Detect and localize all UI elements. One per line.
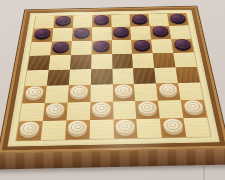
light-square-r5c1 bbox=[25, 70, 49, 86]
light-square-r7c1 bbox=[19, 103, 44, 122]
light-square-r1c1 bbox=[34, 16, 55, 29]
light-square-r3c1 bbox=[30, 41, 52, 55]
dark-piece-sq3[interactable] bbox=[132, 14, 148, 23]
dark-square-30[interactable] bbox=[65, 120, 90, 140]
dark-square-13[interactable] bbox=[27, 55, 50, 70]
light-square-r4c6 bbox=[132, 53, 154, 68]
light-square-r2c8 bbox=[169, 25, 191, 38]
dark-square-5[interactable] bbox=[32, 28, 53, 42]
dark-square-23[interactable] bbox=[112, 84, 135, 101]
light-square-r7c7 bbox=[158, 100, 183, 118]
dark-square-3[interactable] bbox=[130, 14, 150, 27]
dark-square-12[interactable] bbox=[171, 38, 194, 52]
dark-square-7[interactable] bbox=[111, 27, 131, 40]
light-square-r4c4 bbox=[91, 54, 112, 69]
light-piece-sq21[interactable] bbox=[25, 86, 44, 98]
light-square-r4c8 bbox=[173, 52, 196, 67]
light-square-r8c6 bbox=[137, 118, 163, 138]
dark-square-20[interactable] bbox=[176, 67, 200, 83]
dark-square-25[interactable] bbox=[43, 102, 68, 121]
light-square-r6c2 bbox=[45, 85, 69, 102]
dark-piece-sq7[interactable] bbox=[113, 27, 129, 36]
dark-square-17[interactable] bbox=[47, 70, 70, 86]
light-square-r8c8 bbox=[183, 117, 210, 137]
dark-square-22[interactable] bbox=[67, 85, 90, 102]
dark-square-31[interactable] bbox=[113, 119, 138, 139]
checkers-board[interactable] bbox=[0, 6, 225, 154]
dark-square-19[interactable] bbox=[133, 68, 156, 84]
light-square-r7c5 bbox=[113, 101, 137, 119]
dark-square-4[interactable] bbox=[167, 13, 188, 26]
light-square-r1c7 bbox=[148, 14, 169, 27]
light-piece-sq25[interactable] bbox=[46, 103, 66, 116]
dark-piece-sq4[interactable] bbox=[169, 13, 186, 22]
light-piece-sq27[interactable] bbox=[138, 101, 158, 114]
light-square-r7c3 bbox=[66, 102, 90, 121]
light-piece-sq30[interactable] bbox=[68, 120, 88, 134]
light-piece-sq31[interactable] bbox=[115, 119, 135, 133]
dark-square-24[interactable] bbox=[156, 83, 181, 100]
light-square-r1c3 bbox=[73, 15, 93, 28]
dark-piece-sq2[interactable] bbox=[94, 15, 109, 24]
dark-square-32[interactable] bbox=[160, 118, 186, 138]
dark-piece-sq10[interactable] bbox=[93, 40, 109, 50]
dark-piece-sq1[interactable] bbox=[55, 16, 71, 25]
light-piece-sq28[interactable] bbox=[183, 100, 204, 113]
photo-scene bbox=[0, 0, 225, 180]
board-border-margin bbox=[7, 10, 219, 147]
light-square-r6c4 bbox=[90, 84, 113, 101]
dark-square-2[interactable] bbox=[92, 15, 111, 28]
dark-square-1[interactable] bbox=[53, 16, 73, 29]
dark-piece-sq5[interactable] bbox=[34, 29, 51, 39]
dark-square-6[interactable] bbox=[72, 27, 92, 40]
light-piece-sq23[interactable] bbox=[115, 84, 133, 96]
light-square-r5c3 bbox=[69, 69, 91, 85]
dark-square-15[interactable] bbox=[112, 54, 133, 69]
light-piece-sq22[interactable] bbox=[70, 85, 88, 97]
light-square-r3c3 bbox=[71, 41, 92, 55]
dark-piece-sq9[interactable] bbox=[53, 41, 70, 51]
light-square-r3c7 bbox=[151, 39, 173, 53]
dark-square-28[interactable] bbox=[181, 99, 207, 117]
dark-square-8[interactable] bbox=[150, 26, 171, 39]
light-square-r8c4 bbox=[89, 119, 113, 139]
light-piece-sq26[interactable] bbox=[92, 102, 111, 115]
dark-square-27[interactable] bbox=[135, 100, 160, 118]
light-square-r1c5 bbox=[111, 14, 131, 27]
dark-piece-sq12[interactable] bbox=[173, 39, 191, 49]
dark-square-26[interactable] bbox=[90, 101, 113, 120]
dark-piece-sq8[interactable] bbox=[152, 26, 169, 35]
dark-square-14[interactable] bbox=[70, 54, 92, 69]
dark-piece-sq11[interactable] bbox=[133, 40, 150, 50]
checkers-board-group bbox=[0, 0, 225, 180]
board-front-edge bbox=[0, 148, 225, 170]
dark-square-9[interactable] bbox=[50, 41, 71, 55]
dark-piece-sq6[interactable] bbox=[74, 28, 90, 38]
light-square-r2c2 bbox=[52, 28, 73, 41]
light-square-r6c6 bbox=[134, 84, 158, 101]
dark-square-16[interactable] bbox=[153, 53, 176, 68]
light-square-r5c5 bbox=[112, 68, 134, 84]
light-square-r5c7 bbox=[154, 67, 178, 83]
light-piece-sq32[interactable] bbox=[162, 118, 183, 132]
dark-square-11[interactable] bbox=[131, 39, 152, 53]
light-square-r2c6 bbox=[130, 26, 151, 39]
light-piece-sq29[interactable] bbox=[19, 121, 40, 135]
light-square-r2c4 bbox=[92, 27, 112, 40]
light-square-r6c8 bbox=[178, 83, 203, 100]
light-square-r4c2 bbox=[49, 55, 71, 70]
dark-square-21[interactable] bbox=[22, 86, 47, 103]
light-square-r3c5 bbox=[111, 40, 132, 54]
light-piece-sq24[interactable] bbox=[158, 83, 177, 95]
light-square-r8c2 bbox=[41, 120, 67, 140]
dark-square-10[interactable] bbox=[91, 40, 112, 54]
board-grid bbox=[16, 13, 211, 140]
dark-square-18[interactable] bbox=[90, 69, 112, 85]
dark-square-29[interactable] bbox=[16, 121, 43, 141]
